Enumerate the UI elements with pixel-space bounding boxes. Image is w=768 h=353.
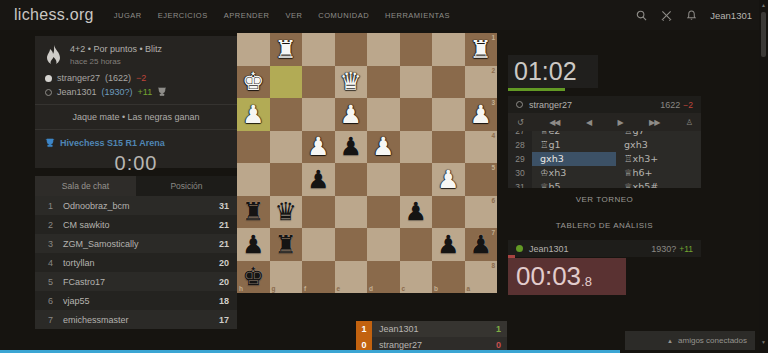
rank-label-1: 1 (491, 34, 495, 41)
square-h5[interactable] (237, 163, 270, 196)
player-name[interactable]: Jean1301 (529, 244, 569, 254)
lichess-app: lichess.org JUGAREJERCICIOSAPRENDERVERCO… (0, 0, 768, 353)
square-d3[interactable] (367, 98, 400, 131)
divider (35, 129, 237, 130)
square-g3[interactable] (270, 98, 303, 131)
game-info-card: 4+2 • Por puntos • Blitz hace 25 horas s… (35, 36, 237, 168)
square-a8[interactable]: a8 (465, 261, 498, 294)
black-pawn-b7: ♟ (437, 232, 459, 257)
divider (35, 104, 237, 105)
white-move-28[interactable]: ♖g1 (532, 138, 616, 152)
square-b4[interactable] (432, 131, 465, 164)
lichess-logo[interactable]: lichess.org (14, 6, 94, 24)
tab-chat-room[interactable]: Sala de chat (35, 176, 136, 196)
white-queen-e2: ♛ (340, 69, 362, 94)
analysis-board-button[interactable]: TABLERO DE ANÁLISIS (508, 219, 701, 233)
move-row-27: 27♕e2♖g7 (508, 131, 701, 138)
player-rating: 1930? (651, 244, 676, 254)
square-c4[interactable] (400, 131, 433, 164)
player-rating-delta: +11 (679, 244, 693, 254)
black-player-row: Jean1301 (1930?) +11 (45, 87, 227, 97)
standings-player[interactable]: ZGM_Samostically (63, 239, 139, 249)
standings-row-ZGM_Samostically[interactable]: 3ZGM_Samostically21 (35, 234, 237, 253)
white-player-rating: (1622) (105, 73, 131, 83)
square-d1[interactable] (367, 33, 400, 66)
friends-label: amigos conectados (678, 336, 747, 345)
square-a4[interactable]: 4 (465, 131, 498, 164)
square-d6[interactable] (367, 196, 400, 229)
move-number: 27 (508, 131, 532, 138)
square-e1[interactable] (335, 33, 368, 66)
black-pawn-f5: ♟ (307, 167, 329, 192)
score-points: 1 (496, 324, 501, 334)
nav-item-aprender[interactable]: APRENDER (224, 11, 270, 20)
standings-score: 17 (219, 315, 229, 325)
square-c2[interactable] (400, 66, 433, 99)
square-a2[interactable]: 2 (465, 66, 498, 99)
square-h4[interactable] (237, 131, 270, 164)
black-player-name[interactable]: Jean1301 (57, 87, 97, 97)
black-queen-g6: ♛ (275, 199, 297, 224)
black-move-31[interactable]: ♕xh5# (616, 180, 700, 188)
opponent-clock: 01:02 (508, 55, 598, 88)
score-player-name[interactable]: stranger27 (379, 340, 422, 350)
file-label-c: c (402, 285, 406, 292)
played-ago-label: hace 25 horas (70, 57, 162, 66)
square-b8[interactable]: b (432, 261, 465, 294)
square-g2[interactable] (270, 66, 303, 99)
standings-score: 31 (219, 201, 229, 211)
standings-rank: 3 (35, 239, 53, 249)
main-menu: JUGAREJERCICIOSAPRENDERVERCOMUNIDADHERRA… (114, 11, 450, 20)
white-rating-delta: −2 (136, 73, 146, 83)
tournament-standings: 1Odnoobraz_bcm312CM sawkito213ZGM_Samost… (35, 196, 237, 329)
last-move-icon[interactable]: ▶▶ (649, 118, 659, 127)
logged-in-user[interactable]: Jean1301 (710, 10, 752, 21)
square-d2[interactable] (367, 66, 400, 99)
move-number: 28 (508, 138, 532, 152)
standings-row-CM sawkito[interactable]: 2CM sawkito21 (35, 215, 237, 234)
rank-label-3: 3 (491, 99, 495, 106)
white-pawn-e3: ♟ (340, 102, 362, 127)
square-f4[interactable]: ♟ (302, 131, 335, 164)
nav-item-ver[interactable]: VER (285, 11, 302, 20)
black-move-27[interactable]: ♖g7 (616, 131, 700, 138)
standings-rank: 6 (35, 296, 53, 306)
square-c8[interactable]: c (400, 261, 433, 294)
white-pawn-h3: ♟ (242, 102, 264, 127)
square-h8[interactable]: ♚h (237, 261, 270, 294)
black-color-icon (45, 89, 52, 96)
square-b7[interactable]: ♟ (432, 228, 465, 261)
friends-bar[interactable]: ▲ amigos conectados (625, 331, 755, 350)
standings-rank: 7 (35, 315, 53, 325)
black-pawn-e4: ♟ (340, 134, 362, 159)
black-move-30[interactable]: ♕h6+ (616, 166, 700, 180)
first-move-icon[interactable]: ◀◀ (549, 118, 559, 127)
nav-item-jugar[interactable]: JUGAR (114, 11, 142, 20)
scrollbar-thumb[interactable] (761, 12, 766, 57)
blitz-flame-icon (45, 45, 62, 69)
standings-row-Odnoobraz_bcm[interactable]: 1Odnoobraz_bcm31 (35, 196, 237, 215)
black-king-h8: ♚ (242, 264, 264, 289)
standings-player[interactable]: CM sawkito (63, 220, 110, 230)
black-rating-delta: +11 (138, 87, 153, 97)
standings-player[interactable]: vjap55 (63, 296, 90, 306)
standings-rank: 1 (35, 201, 53, 211)
square-b1[interactable] (432, 33, 465, 66)
square-g4[interactable] (270, 131, 303, 164)
black-pawn-a7: ♟ (470, 232, 492, 257)
rank-label-6: 6 (491, 197, 495, 204)
opponent-clock-bar (508, 88, 565, 91)
player-row: Jean1301 1930? +11 (508, 240, 701, 257)
move-number: 30 (508, 166, 532, 180)
standings-score: 18 (219, 296, 229, 306)
opponent-status-icon (516, 101, 523, 108)
tournament-link[interactable]: Hivechess S15 R1 Arena (60, 138, 165, 148)
white-rook-a1: ♜ (470, 37, 492, 62)
standings-player[interactable]: Odnoobraz_bcm (63, 201, 130, 211)
square-f1[interactable] (302, 33, 335, 66)
square-g5[interactable] (270, 163, 303, 196)
standings-score: 21 (219, 239, 229, 249)
black-pawn-c6: ♟ (405, 199, 427, 224)
rank-label-2: 2 (491, 67, 495, 74)
navbar-right: Jean1301 (635, 9, 752, 21)
tab-standings[interactable]: Posición (136, 176, 237, 196)
white-pawn-a3: ♟ (470, 102, 492, 127)
rank-label-8: 8 (491, 262, 495, 269)
move-number: 31 (508, 180, 532, 188)
square-e6[interactable] (335, 196, 368, 229)
score-points: 0 (496, 340, 501, 350)
standings-player[interactable]: emichessmaster (63, 315, 129, 325)
square-h3[interactable]: ♟ (237, 98, 270, 131)
square-f8[interactable]: f (302, 261, 335, 294)
square-g8[interactable]: g (270, 261, 303, 294)
square-e2[interactable]: ♛ (335, 66, 368, 99)
bell-icon[interactable] (685, 9, 697, 21)
scroll-down-icon[interactable]: ▼ (759, 337, 768, 347)
square-a3[interactable]: ♟3 (465, 98, 498, 131)
analysis-menu-icon[interactable]: ♙ (686, 118, 692, 127)
game-score-table: 1Jean130110stranger270 (356, 321, 507, 353)
standings-row-tortyllan[interactable]: 4tortyllan20 (35, 253, 237, 272)
file-label-h: h (239, 285, 243, 292)
black-rook-h6: ♜ (242, 199, 264, 224)
square-e3[interactable]: ♟ (335, 98, 368, 131)
black-move-29[interactable]: ♖xh3+ (616, 152, 700, 166)
file-label-d: d (369, 285, 373, 292)
standings-row-FCastro17[interactable]: 5FCastro1720 (35, 272, 237, 291)
chat-tabs: Sala de chat Posición (35, 176, 237, 196)
move-list: 27♕e2♖g728♖g1gxh329gxh3♖xh3+30♔xh3♕h6+31… (508, 131, 701, 188)
white-move-27[interactable]: ♕e2 (532, 131, 616, 138)
square-a6[interactable]: 6 (465, 196, 498, 229)
search-icon[interactable] (635, 9, 647, 21)
white-move-30[interactable]: ♔xh3 (532, 166, 616, 180)
white-king-h2: ♚ (242, 69, 264, 94)
move-navigation: ↺◀◀◀▶▶▶♙ (508, 113, 701, 131)
rank-label-7: 7 (491, 229, 495, 236)
white-player-name[interactable]: stranger27 (57, 73, 100, 83)
scroll-up-icon[interactable]: ▲ (759, 0, 768, 10)
black-pawn-h7: ♟ (242, 232, 264, 257)
file-label-e: e (337, 285, 341, 292)
standings-row-emichessmaster[interactable]: 7emichessmaster17 (35, 310, 237, 329)
trophy-mini-icon (157, 87, 167, 97)
file-label-a: a (467, 285, 471, 292)
square-c6[interactable]: ♟ (400, 196, 433, 229)
square-e5[interactable] (335, 163, 368, 196)
square-f3[interactable] (302, 98, 335, 131)
square-h6[interactable]: ♜ (237, 196, 270, 229)
white-rook-g1: ♜ (275, 37, 297, 62)
tournament-link-row: Hivechess S15 R1 Arena (45, 138, 227, 148)
square-c5[interactable] (400, 163, 433, 196)
next-move-icon[interactable]: ▶ (617, 118, 622, 127)
challenge-swords-icon[interactable] (660, 9, 672, 21)
file-label-b: b (434, 285, 438, 292)
move-number: 29 (508, 152, 532, 166)
online-dot-icon (516, 245, 523, 252)
move-row-28: 28♖g1gxh3 (508, 138, 701, 152)
standings-rank: 2 (35, 220, 53, 230)
square-f2[interactable] (302, 66, 335, 99)
standings-score: 21 (219, 220, 229, 230)
view-tournament-button[interactable]: VER TORNEO (508, 193, 701, 207)
square-b3[interactable] (432, 98, 465, 131)
time-control-label: 4+2 • Por puntos • Blitz (70, 44, 162, 54)
square-f6[interactable] (302, 196, 335, 229)
opponent-rating-delta: −2 (683, 100, 693, 110)
move-row-29: 29gxh3♖xh3+ (508, 152, 701, 166)
square-h2[interactable]: ♚ (237, 66, 270, 99)
square-c1[interactable] (400, 33, 433, 66)
black-move-28[interactable]: gxh3 (616, 138, 700, 152)
square-h1[interactable] (237, 33, 270, 66)
score-badge: 1 (356, 321, 372, 337)
standings-rank: 4 (35, 258, 53, 268)
white-move-29[interactable]: gxh3 (532, 152, 616, 166)
file-label-g: g (272, 285, 276, 292)
top-navbar: lichess.org JUGAREJERCICIOSAPRENDERVERCO… (0, 0, 768, 30)
standings-player[interactable]: tortyllan (63, 258, 95, 268)
black-player-rating: (1930?) (102, 87, 133, 97)
prev-move-icon[interactable]: ◀ (586, 118, 591, 127)
white-color-icon (45, 75, 52, 82)
white-player-row: stranger27 (1622) −2 (45, 73, 227, 83)
square-a5[interactable]: 5 (465, 163, 498, 196)
player-clock: 00:03 .8 (508, 258, 626, 295)
square-a1[interactable]: ♜1 (465, 33, 498, 66)
move-row-31: 31♕h5♕xh5# (508, 180, 701, 188)
player-clock-time: 00:03 (516, 261, 581, 292)
square-e4[interactable]: ♟ (335, 131, 368, 164)
standings-score: 20 (219, 277, 229, 287)
square-c7[interactable] (400, 228, 433, 261)
standings-player[interactable]: FCastro17 (63, 277, 105, 287)
square-e7[interactable] (335, 228, 368, 261)
standings-rank: 5 (35, 277, 53, 287)
nav-item-comunidad[interactable]: COMUNIDAD (318, 11, 369, 20)
tournament-countdown: 0:00 (45, 152, 227, 175)
standings-row-vjap55[interactable]: 6vjap5518 (35, 291, 237, 310)
opponent-clock-time: 01:02 (514, 57, 577, 86)
nav-item-herramientas[interactable]: HERRAMIENTAS (385, 11, 450, 20)
rank-label-5: 5 (491, 164, 495, 171)
white-pawn-f4: ♟ (307, 134, 329, 159)
square-b6[interactable] (432, 196, 465, 229)
move-row-30: 30♔xh3♕h6+ (508, 166, 701, 180)
square-d8[interactable]: d (367, 261, 400, 294)
flip-board-icon[interactable]: ↺ (517, 118, 523, 127)
opponent-rating: 1622 (660, 100, 680, 110)
standings-score: 20 (219, 258, 229, 268)
square-b2[interactable] (432, 66, 465, 99)
square-f5[interactable]: ♟ (302, 163, 335, 196)
square-f7[interactable] (302, 228, 335, 261)
file-label-f: f (304, 285, 306, 292)
square-g1[interactable]: ♜ (270, 33, 303, 66)
game-result-label: Jaque mate • Las negras ganan (45, 112, 227, 122)
rank-label-4: 4 (491, 132, 495, 139)
square-d5[interactable] (367, 163, 400, 196)
square-e8[interactable]: e (335, 261, 368, 294)
square-g6[interactable]: ♛ (270, 196, 303, 229)
square-g7[interactable]: ♜ (270, 228, 303, 261)
player-clock-tenths: .8 (581, 274, 592, 289)
opponent-name[interactable]: stranger27 (529, 100, 572, 110)
square-d4[interactable]: ♟ (367, 131, 400, 164)
square-d7[interactable] (367, 228, 400, 261)
black-rook-g7: ♜ (275, 232, 297, 257)
square-h7[interactable]: ♟ (237, 228, 270, 261)
square-b5[interactable]: ♟ (432, 163, 465, 196)
white-pawn-d4: ♟ (372, 134, 394, 159)
chess-board[interactable]: ♜♜1♚♛2♟♟♟3♟♟♟4♟♟5♜♛♟6♟♜♟♟7♚hgfedcba8 (237, 33, 497, 293)
vertical-scrollbar[interactable]: ▲ ▼ (759, 0, 768, 353)
score-row-Jean1301: 1Jean13011 (356, 321, 507, 337)
white-move-31[interactable]: ♕h5 (532, 180, 616, 188)
opponent-row: stranger27 1622 −2 (508, 96, 701, 113)
collapse-triangle-icon: ▲ (667, 338, 673, 344)
square-c3[interactable] (400, 98, 433, 131)
square-a7[interactable]: ♟7 (465, 228, 498, 261)
nav-item-ejercicios[interactable]: EJERCICIOS (158, 11, 208, 20)
score-player-name[interactable]: Jean1301 (379, 324, 419, 334)
trophy-icon (45, 138, 55, 148)
white-pawn-b5: ♟ (437, 167, 459, 192)
